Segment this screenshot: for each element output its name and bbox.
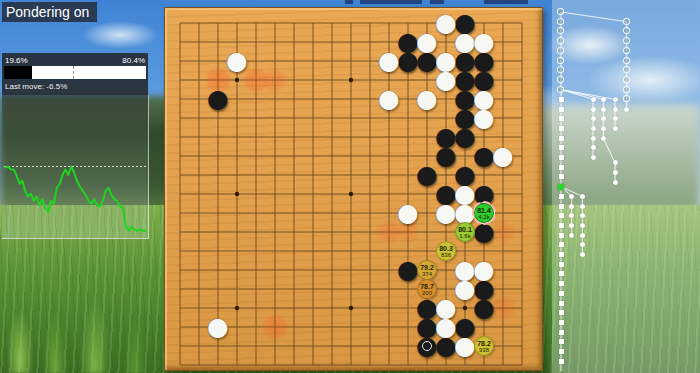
go-board[interactable]: ●●●●●●●●●●●●●●●●●●●●●●●●●●●●●●●●●●●●●●●●…: [164, 7, 543, 371]
winrate-bar: [4, 66, 146, 79]
tree-node[interactable]: [623, 76, 630, 83]
tree-node[interactable]: [559, 271, 564, 276]
suggestion-visits: 938: [479, 347, 489, 353]
suggestion-winrate: 81.4: [477, 207, 491, 214]
tree-node[interactable]: [559, 301, 564, 306]
suggestion-visits: 200: [422, 290, 432, 296]
tree-node[interactable]: [559, 242, 564, 247]
tree-node[interactable]: [591, 107, 596, 112]
suggestion-visits: 374: [422, 271, 432, 277]
suggestion-winrate: 80.1: [458, 226, 472, 233]
tree-node[interactable]: [559, 116, 564, 121]
tree-node[interactable]: [601, 126, 606, 131]
tree-node[interactable]: [559, 252, 564, 257]
tree-node[interactable]: [613, 116, 618, 121]
tree-node[interactable]: [559, 359, 564, 364]
tree-node[interactable]: [591, 155, 596, 160]
tree-node[interactable]: [591, 116, 596, 121]
tree-node[interactable]: [591, 145, 596, 150]
last-move-delta: Last move: -6.5%: [5, 82, 67, 91]
tree-node[interactable]: [623, 57, 630, 64]
white-winrate-label: 80.4%: [122, 56, 145, 65]
tree-node[interactable]: [559, 223, 564, 228]
suggestion-O6[interactable]: 79.2374: [417, 260, 437, 280]
tree-node[interactable]: [559, 291, 564, 296]
variation-tree-panel[interactable]: [552, 0, 700, 373]
tree-node[interactable]: [580, 204, 585, 209]
tree-node[interactable]: [613, 97, 618, 102]
suggestion-Q8[interactable]: 80.11.6k: [455, 222, 475, 242]
tree-node[interactable]: [613, 170, 618, 175]
tree-node[interactable]: [569, 233, 574, 238]
tree-node[interactable]: [623, 47, 630, 54]
winrate-stats-panel: 19.6% 80.4% Last move: -6.5%: [2, 53, 148, 95]
tree-node[interactable]: [559, 339, 564, 344]
winrate-bar-50pct-mark: [73, 66, 74, 79]
tree-node[interactable]: [591, 136, 596, 141]
suggestion-winrate: 78.2: [477, 340, 491, 347]
black-stone-C15: ●: [205, 86, 231, 112]
current-move-node[interactable]: [558, 184, 564, 190]
tree-node[interactable]: [559, 281, 564, 286]
suggestion-O5[interactable]: 78.7200: [417, 279, 437, 299]
tree-node[interactable]: [569, 204, 574, 209]
tree-node[interactable]: [601, 107, 606, 112]
tree-node[interactable]: [623, 95, 630, 102]
winrate-graph-panel[interactable]: [2, 95, 149, 239]
tree-node[interactable]: [559, 320, 564, 325]
suggestion-winrate: 79.2: [420, 264, 434, 271]
photo-artifact: [345, 0, 353, 4]
tree-node[interactable]: [623, 37, 630, 44]
photo-artifact: [484, 0, 528, 4]
tree-node[interactable]: [559, 194, 564, 199]
variation-tree-lines: [552, 0, 700, 373]
tree-node[interactable]: [557, 76, 564, 83]
tree-node[interactable]: [580, 213, 585, 218]
tree-node[interactable]: [623, 86, 630, 93]
tree-node[interactable]: [601, 97, 606, 102]
tree-node[interactable]: [559, 126, 564, 131]
tree-node[interactable]: [580, 252, 585, 257]
tree-node[interactable]: [559, 262, 564, 267]
tree-node[interactable]: [569, 194, 574, 199]
tree-node[interactable]: [601, 116, 606, 121]
white-stone-N9: ●: [395, 200, 421, 226]
tree-node[interactable]: [559, 97, 564, 102]
photo-artifact: [430, 0, 444, 4]
suggestion-visits: 1.6k: [459, 233, 470, 239]
tree-node[interactable]: [559, 107, 564, 112]
tree-node[interactable]: [559, 349, 564, 354]
winrate-graph: [2, 95, 148, 238]
tree-node[interactable]: [613, 180, 618, 185]
tree-node[interactable]: [557, 47, 564, 54]
tree-node[interactable]: [557, 8, 564, 15]
suggestion-R9[interactable]: 81.44.2k: [474, 203, 494, 223]
grass-blades: [0, 240, 160, 373]
tree-node[interactable]: [623, 18, 630, 25]
black-winrate-label: 19.6%: [5, 56, 28, 65]
winrate-bar-black-segment: [4, 66, 32, 79]
tree-node[interactable]: [559, 145, 564, 150]
tree-node[interactable]: [559, 310, 564, 315]
tree-node[interactable]: [623, 66, 630, 73]
white-stone-D17: ●: [224, 48, 250, 74]
white-stone-C3: ●: [205, 314, 231, 340]
lizzie-go-analysis-screen: { "app": { "pondering_label": "Pondering…: [0, 0, 700, 373]
tree-node[interactable]: [601, 136, 606, 141]
tree-node[interactable]: [613, 160, 618, 165]
tree-node[interactable]: [559, 136, 564, 141]
tree-node[interactable]: [559, 204, 564, 209]
tree-node[interactable]: [613, 107, 618, 112]
suggestion-visits: 4.2k: [478, 214, 489, 220]
tree-node[interactable]: [559, 330, 564, 335]
white-stone-S12: ●: [490, 143, 516, 169]
pondering-status[interactable]: Pondering on: [2, 2, 97, 22]
photo-artifact: [360, 0, 422, 4]
white-stone-R18: ●: [471, 29, 497, 55]
last-move-marker: [422, 341, 432, 351]
tree-node[interactable]: [557, 57, 564, 64]
suggestion-winrate: 80.3: [439, 245, 453, 252]
suggestion-visits: 836: [441, 252, 451, 258]
tree-node[interactable]: [559, 165, 564, 170]
tree-node[interactable]: [557, 18, 564, 25]
tree-node[interactable]: [557, 86, 564, 93]
tree-node[interactable]: [591, 126, 596, 131]
white-stone-O15: ●: [414, 86, 440, 112]
white-stone-R14: ●: [471, 105, 497, 131]
tree-node[interactable]: [624, 107, 629, 112]
tree-node[interactable]: [559, 174, 564, 179]
tree-node[interactable]: [559, 213, 564, 218]
tree-node[interactable]: [559, 155, 564, 160]
tree-node[interactable]: [613, 126, 618, 131]
tree-node[interactable]: [580, 223, 585, 228]
suggestion-R2[interactable]: 78.2938: [474, 336, 494, 356]
suggestion-P7[interactable]: 80.3836: [436, 241, 456, 261]
tree-node[interactable]: [559, 233, 564, 238]
tree-node[interactable]: [591, 97, 596, 102]
white-stone-M17: ●: [376, 48, 402, 74]
tree-node[interactable]: [580, 233, 585, 238]
tree-node[interactable]: [580, 194, 585, 199]
white-stone-M15: ●: [376, 86, 402, 112]
suggestion-winrate: 78.7: [420, 283, 434, 290]
